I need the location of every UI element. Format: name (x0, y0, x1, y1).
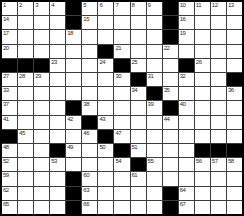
clue-number: 4 (51, 2, 54, 8)
cell-r2c6[interactable]: 15 (82, 16, 97, 29)
cell-r7c13[interactable] (195, 87, 210, 100)
cell-r10c10[interactable] (147, 130, 162, 143)
black-cell-r10c1 (2, 130, 17, 143)
clue-number: 44 (164, 116, 170, 122)
cell-r8c1[interactable]: 37 (2, 101, 17, 114)
cell-r9c15[interactable] (227, 116, 242, 129)
cell-r14c3[interactable] (34, 187, 49, 200)
clue-number: 52 (3, 158, 9, 164)
black-cell-r5c8 (114, 59, 129, 72)
clue-number: 7 (115, 2, 118, 8)
cell-r1c10[interactable]: 9 (147, 2, 162, 15)
cell-r9c9[interactable] (131, 116, 146, 129)
cell-r3c6[interactable] (82, 30, 97, 43)
cell-r1c4[interactable]: 4 (50, 2, 65, 15)
clue-number: 50 (99, 144, 105, 150)
cell-r5c7[interactable]: 24 (98, 59, 113, 72)
black-cell-r8c11 (163, 101, 178, 114)
cell-r4c15[interactable] (227, 45, 242, 58)
cell-r6c2[interactable]: 28 (18, 73, 33, 86)
cell-r11c9[interactable]: 51 (131, 144, 146, 157)
cell-r8c4[interactable] (50, 101, 65, 114)
cell-r2c14[interactable] (211, 16, 226, 29)
cell-r10c5[interactable] (66, 130, 81, 143)
cell-r4c13[interactable] (195, 45, 210, 58)
clue-number: 49 (67, 144, 73, 150)
cell-r13c10[interactable] (147, 172, 162, 185)
clue-number: 18 (67, 30, 73, 36)
cell-r6c1[interactable]: 27 (2, 73, 17, 86)
clue-number: 3 (35, 2, 38, 8)
cell-r13c11[interactable] (163, 172, 178, 185)
cell-r14c15[interactable] (227, 187, 242, 200)
clue-number: 48 (3, 144, 9, 150)
cell-r3c9[interactable] (131, 30, 146, 43)
black-cell-r13c5 (66, 172, 81, 185)
cell-r8c6[interactable]: 38 (82, 101, 97, 114)
cell-r8c7[interactable] (98, 101, 113, 114)
cell-r13c3[interactable] (34, 172, 49, 185)
cell-r14c7[interactable] (98, 187, 113, 200)
cell-r6c12[interactable]: 32 (179, 73, 194, 86)
cell-r4c2[interactable] (18, 45, 33, 58)
cell-r1c8[interactable]: 7 (114, 2, 129, 15)
clue-number: 24 (99, 59, 105, 65)
cell-r6c14[interactable] (211, 73, 226, 86)
cell-r7c1[interactable]: 33 (2, 87, 17, 100)
clue-number: 12 (212, 2, 218, 8)
clue-number: 6 (99, 2, 102, 8)
cell-r1c3[interactable]: 3 (34, 2, 49, 15)
cell-r8c14[interactable] (211, 101, 226, 114)
cell-r11c2[interactable] (18, 144, 33, 157)
cell-r5c14[interactable] (211, 59, 226, 72)
cell-r9c3[interactable] (34, 116, 49, 129)
cell-r3c2[interactable] (18, 30, 33, 43)
clue-number: 34 (132, 87, 138, 93)
clue-number: 53 (51, 158, 57, 164)
cell-r5c5[interactable] (66, 59, 81, 72)
cell-r13c15[interactable] (227, 172, 242, 185)
clue-number: 60 (83, 172, 89, 178)
cell-r8c13[interactable] (195, 101, 210, 114)
black-cell-r6c15 (227, 73, 242, 86)
cell-r2c1[interactable]: 14 (2, 16, 17, 29)
black-cell-r11c4 (50, 144, 65, 157)
cell-r11c3[interactable] (34, 144, 49, 157)
cell-r5c9[interactable]: 25 (131, 59, 146, 72)
clue-number: 56 (196, 158, 202, 164)
cell-r3c5[interactable]: 18 (66, 30, 81, 43)
cell-r9c14[interactable] (211, 116, 226, 129)
cell-r13c2[interactable] (18, 172, 33, 185)
cell-r11c6[interactable] (82, 144, 97, 157)
cell-r14c9[interactable] (131, 187, 146, 200)
cell-r10c15[interactable] (227, 130, 242, 143)
cell-r12c13[interactable]: 56 (195, 158, 210, 171)
black-cell-r5c12 (179, 59, 194, 72)
cell-r12c10[interactable]: 55 (147, 158, 162, 171)
cell-r3c12[interactable]: 19 (179, 30, 194, 43)
cell-r2c7[interactable] (98, 16, 113, 29)
clue-number: 67 (180, 201, 186, 207)
cell-r15c12[interactable]: 67 (179, 201, 194, 214)
black-cell-r4c7 (98, 45, 113, 58)
cell-r7c4[interactable] (50, 87, 65, 100)
cell-r8c2[interactable] (18, 101, 33, 114)
clue-number: 11 (196, 2, 201, 8)
cell-r12c15[interactable]: 58 (227, 158, 242, 171)
clue-number: 55 (148, 158, 154, 164)
clue-number: 35 (164, 87, 170, 93)
clue-number: 29 (35, 73, 41, 79)
black-cell-r11c15 (227, 144, 242, 157)
cell-r1c6[interactable]: 5 (82, 2, 97, 15)
cell-r14c13[interactable] (195, 187, 210, 200)
cell-r12c7[interactable] (98, 158, 113, 171)
cell-r14c10[interactable] (147, 187, 162, 200)
cell-r1c1[interactable]: 1 (2, 2, 17, 15)
cell-r5c4[interactable]: 23 (50, 59, 65, 72)
cell-r12c4[interactable]: 53 (50, 158, 65, 171)
cell-r1c9[interactable]: 8 (131, 2, 146, 15)
cell-r11c11[interactable] (163, 144, 178, 157)
cell-r1c2[interactable]: 2 (18, 2, 33, 15)
cell-r3c7[interactable] (98, 30, 113, 43)
cell-r7c8[interactable] (114, 87, 129, 100)
cell-r6c11[interactable] (163, 73, 178, 86)
cell-r9c2[interactable] (18, 116, 33, 129)
clue-number: 61 (132, 172, 138, 178)
clue-number: 57 (212, 158, 218, 164)
clue-number: 25 (132, 59, 138, 65)
cell-r12c2[interactable] (18, 158, 33, 171)
clue-number: 43 (99, 116, 105, 122)
cell-r10c8[interactable]: 47 (114, 130, 129, 143)
clue-number: 47 (115, 130, 121, 136)
cell-r6c3[interactable]: 29 (34, 73, 49, 86)
cell-r2c8[interactable] (114, 16, 129, 29)
cell-r2c3[interactable] (34, 16, 49, 29)
cell-r14c4[interactable] (50, 187, 65, 200)
clue-number: 9 (148, 2, 151, 8)
cell-r7c6[interactable] (82, 87, 97, 100)
cell-r2c10[interactable] (147, 16, 162, 29)
cell-r9c10[interactable] (147, 116, 162, 129)
cell-r12c1[interactable]: 52 (2, 158, 17, 171)
cell-r9c13[interactable] (195, 116, 210, 129)
clue-number: 5 (83, 2, 86, 8)
clue-number: 30 (115, 73, 121, 79)
clue-number: 2 (19, 2, 22, 8)
clue-number: 8 (132, 2, 135, 8)
clue-number: 59 (3, 172, 9, 178)
cell-r5c11[interactable] (163, 59, 178, 72)
cell-r13c6[interactable]: 60 (82, 172, 97, 185)
cell-r13c13[interactable] (195, 172, 210, 185)
cell-r5c6[interactable] (82, 59, 97, 72)
cell-r12c6[interactable] (82, 158, 97, 171)
cell-r14c2[interactable] (18, 187, 33, 200)
cell-r11c10[interactable] (147, 144, 162, 157)
cell-r7c2[interactable] (18, 87, 33, 100)
cell-r2c15[interactable] (227, 16, 242, 29)
cell-r9c8[interactable] (114, 116, 129, 129)
clue-number: 1 (3, 2, 6, 8)
cell-r8c8[interactable] (114, 101, 129, 114)
cell-r7c7[interactable] (98, 87, 113, 100)
black-cell-r15c11 (163, 201, 178, 214)
cell-r10c14[interactable] (211, 130, 226, 143)
clue-number: 54 (115, 158, 121, 164)
black-cell-r8c5 (66, 101, 81, 114)
cell-r3c4[interactable] (50, 30, 65, 43)
cell-r7c9[interactable]: 34 (131, 87, 146, 100)
cell-r7c15[interactable]: 36 (227, 87, 242, 100)
cell-r8c3[interactable] (34, 101, 49, 114)
cell-r15c3[interactable] (34, 201, 49, 214)
cell-r2c12[interactable]: 16 (179, 16, 194, 29)
clue-number: 66 (83, 201, 89, 207)
black-cell-r5c3 (34, 59, 49, 72)
cell-r13c9[interactable]: 61 (131, 172, 146, 185)
cell-r4c4[interactable] (50, 45, 65, 58)
clue-number: 46 (83, 130, 89, 136)
clue-number: 19 (180, 30, 186, 36)
cell-r8c9[interactable] (131, 101, 146, 114)
cell-r12c11[interactable] (163, 158, 178, 171)
cell-r4c3[interactable] (34, 45, 49, 58)
cell-r14c1[interactable]: 62 (2, 187, 17, 200)
cell-r7c12[interactable] (179, 87, 194, 100)
cell-r9c4[interactable] (50, 116, 65, 129)
cell-r5c15[interactable] (227, 59, 242, 72)
cell-r15c13[interactable] (195, 201, 210, 214)
cell-r3c15[interactable] (227, 30, 242, 43)
clue-number: 41 (3, 116, 9, 122)
clue-number: 58 (228, 158, 234, 164)
cell-r2c9[interactable] (131, 16, 146, 29)
clue-number: 27 (3, 73, 9, 79)
clue-number: 28 (19, 73, 25, 79)
cell-r2c2[interactable] (18, 16, 33, 29)
black-cell-r6c9 (131, 73, 146, 86)
cell-r3c10[interactable] (147, 30, 162, 43)
cell-r9c12[interactable] (179, 116, 194, 129)
cell-r10c4[interactable] (50, 130, 65, 143)
black-cell-r11c14 (211, 144, 226, 157)
cell-r7c5[interactable] (66, 87, 81, 100)
cell-r6c6[interactable] (82, 73, 97, 86)
cell-r4c10[interactable] (147, 45, 162, 58)
black-cell-r11c8 (114, 144, 129, 157)
black-cell-r1c5 (66, 2, 81, 15)
black-cell-r5c2 (18, 59, 33, 72)
clue-number: 64 (180, 187, 186, 193)
crossword-grid: 1234567891011121314151617181920212223242… (0, 0, 244, 216)
cell-r2c4[interactable] (50, 16, 65, 29)
cell-r5c10[interactable] (147, 59, 162, 72)
cell-r13c14[interactable] (211, 172, 226, 185)
cell-r15c2[interactable] (18, 201, 33, 214)
black-cell-r1c11 (163, 2, 178, 15)
cell-r7c11[interactable]: 35 (163, 87, 178, 100)
cell-r13c4[interactable] (50, 172, 65, 185)
clue-number: 23 (51, 59, 57, 65)
cell-r15c7[interactable] (98, 201, 113, 214)
cell-r12c14[interactable]: 57 (211, 158, 226, 171)
clue-number: 13 (228, 2, 234, 8)
cell-r6c10[interactable]: 31 (147, 73, 162, 86)
black-cell-r10c7 (98, 130, 113, 143)
cell-r11c5[interactable]: 49 (66, 144, 81, 157)
clue-number: 32 (180, 73, 186, 79)
clue-number: 65 (3, 201, 9, 207)
cell-r14c14[interactable] (211, 187, 226, 200)
clue-number: 16 (180, 16, 186, 22)
black-cell-r2c5 (66, 16, 81, 29)
clue-number: 15 (83, 16, 89, 22)
clue-number: 40 (180, 101, 186, 107)
cell-r14c8[interactable] (114, 187, 129, 200)
clue-number: 51 (132, 144, 138, 150)
cell-r1c15[interactable]: 13 (227, 2, 242, 15)
cell-r7c3[interactable] (34, 87, 49, 100)
cell-r15c14[interactable] (211, 201, 226, 214)
clue-number: 26 (196, 59, 202, 65)
cell-r8c15[interactable] (227, 101, 242, 114)
clue-number: 21 (115, 45, 121, 51)
cell-r6c5[interactable] (66, 73, 81, 86)
cell-r13c12[interactable] (179, 172, 194, 185)
clue-number: 45 (19, 130, 25, 136)
clue-number: 17 (3, 30, 9, 36)
cell-r14c12[interactable]: 64 (179, 187, 194, 200)
cell-r6c7[interactable] (98, 73, 113, 86)
black-cell-r5c1 (2, 59, 17, 72)
cell-r15c1[interactable]: 65 (2, 201, 17, 214)
cell-r15c8[interactable] (114, 201, 129, 214)
cell-r12c5[interactable] (66, 158, 81, 171)
cell-r5c13[interactable]: 26 (195, 59, 210, 72)
cell-r3c14[interactable] (211, 30, 226, 43)
clue-number: 33 (3, 87, 9, 93)
black-cell-r12c9 (131, 158, 146, 171)
cell-r13c1[interactable]: 59 (2, 172, 17, 185)
black-cell-r14c11 (163, 187, 178, 200)
cell-r9c1[interactable]: 41 (2, 116, 17, 129)
cell-r10c13[interactable] (195, 130, 210, 143)
cell-r15c6[interactable]: 66 (82, 201, 97, 214)
clue-number: 22 (164, 45, 170, 51)
cell-r1c14[interactable]: 12 (211, 2, 226, 15)
black-cell-r7c10 (147, 87, 162, 100)
cell-r4c1[interactable]: 20 (2, 45, 17, 58)
cell-r10c11[interactable] (163, 130, 178, 143)
black-cell-r14c5 (66, 187, 81, 200)
cell-r10c6[interactable]: 46 (82, 130, 97, 143)
black-cell-r9c6 (82, 116, 97, 129)
cell-r3c1[interactable]: 17 (2, 30, 17, 43)
cell-r12c3[interactable] (34, 158, 49, 171)
cell-r1c7[interactable]: 6 (98, 2, 113, 15)
clue-number: 42 (67, 116, 73, 122)
clue-number: 63 (83, 187, 89, 193)
cell-r11c12[interactable] (179, 144, 194, 157)
cell-r3c13[interactable] (195, 30, 210, 43)
cell-r6c4[interactable] (50, 73, 65, 86)
cell-r11c1[interactable]: 48 (2, 144, 17, 157)
cell-r9c7[interactable]: 43 (98, 116, 113, 129)
cell-r10c9[interactable] (131, 130, 146, 143)
cell-r7c14[interactable] (211, 87, 226, 100)
cell-r4c8[interactable]: 21 (114, 45, 129, 58)
cell-r4c6[interactable] (82, 45, 97, 58)
cell-r9c11[interactable]: 44 (163, 116, 178, 129)
cell-r4c14[interactable] (211, 45, 226, 58)
clue-number: 36 (228, 87, 234, 93)
cell-r1c13[interactable]: 11 (195, 2, 210, 15)
cell-r8c12[interactable]: 40 (179, 101, 194, 114)
cell-r15c4[interactable] (50, 201, 65, 214)
clue-number: 62 (3, 187, 9, 193)
cell-r15c10[interactable] (147, 201, 162, 214)
cell-r14c6[interactable]: 63 (82, 187, 97, 200)
cell-r13c8[interactable] (114, 172, 129, 185)
clue-number: 10 (180, 2, 186, 8)
cell-r15c15[interactable] (227, 201, 242, 214)
black-cell-r15c5 (66, 201, 81, 214)
cell-r10c2[interactable]: 45 (18, 130, 33, 143)
black-cell-r3c11 (163, 30, 178, 43)
cell-r3c3[interactable] (34, 30, 49, 43)
black-cell-r2c11 (163, 16, 178, 29)
cell-r12c12[interactable] (179, 158, 194, 171)
cell-r4c12[interactable] (179, 45, 194, 58)
cell-r6c13[interactable] (195, 73, 210, 86)
clue-number: 14 (3, 16, 9, 22)
cell-r11c7[interactable]: 50 (98, 144, 113, 157)
clue-number: 20 (3, 45, 9, 51)
clue-number: 31 (148, 73, 154, 79)
clue-number: 38 (83, 101, 89, 107)
cell-r10c3[interactable] (34, 130, 49, 143)
black-cell-r11c13 (195, 144, 210, 157)
cell-r15c9[interactable] (131, 201, 146, 214)
cell-r3c8[interactable] (114, 30, 129, 43)
cell-r10c12[interactable] (179, 130, 194, 143)
cell-r4c9[interactable] (131, 45, 146, 58)
cell-r4c5[interactable] (66, 45, 81, 58)
clue-number: 39 (148, 101, 154, 107)
cell-r2c13[interactable] (195, 16, 210, 29)
cell-r4c11[interactable]: 22 (163, 45, 178, 58)
cell-r8c10[interactable]: 39 (147, 101, 162, 114)
cell-r12c8[interactable]: 54 (114, 158, 129, 171)
cell-r1c12[interactable]: 10 (179, 2, 194, 15)
cell-r9c5[interactable]: 42 (66, 116, 81, 129)
cell-r6c8[interactable]: 30 (114, 73, 129, 86)
clue-number: 37 (3, 101, 9, 107)
cell-r13c7[interactable] (98, 172, 113, 185)
